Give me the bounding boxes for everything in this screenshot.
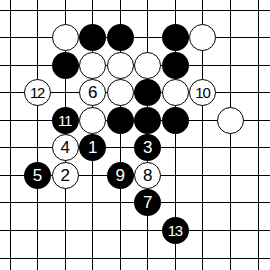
black-stone-move-11: 11 <box>52 107 79 134</box>
black-stone <box>162 107 189 134</box>
black-stone-move-7: 7 <box>134 189 161 216</box>
black-stone <box>107 107 134 134</box>
white-stone <box>107 79 134 106</box>
white-stone <box>162 79 189 106</box>
white-stone-move-6: 6 <box>79 79 106 106</box>
move-number-label: 3 <box>143 139 152 156</box>
grid-line-horizontal <box>0 37 270 38</box>
white-stone-move-4: 4 <box>52 134 79 161</box>
move-number-label: 8 <box>143 166 152 183</box>
move-number-label: 5 <box>33 166 42 183</box>
go-board: 12610114135298713 <box>0 0 270 270</box>
move-number-label: 1 <box>88 139 97 156</box>
black-stone <box>134 107 161 134</box>
black-stone <box>79 24 106 51</box>
black-stone <box>52 52 79 79</box>
white-stone-move-2: 2 <box>52 162 79 189</box>
move-number-label: 2 <box>60 166 69 183</box>
white-stone <box>52 24 79 51</box>
black-stone <box>134 79 161 106</box>
white-stone <box>217 107 244 134</box>
black-stone-move-9: 9 <box>107 162 134 189</box>
move-number-label: 6 <box>88 84 97 101</box>
black-stone-move-13: 13 <box>162 217 189 244</box>
move-number-label: 7 <box>143 194 152 211</box>
move-number-label: 9 <box>116 166 125 183</box>
grid-line-horizontal <box>0 10 270 11</box>
move-number-label: 13 <box>168 222 182 237</box>
black-stone-move-1: 1 <box>79 134 106 161</box>
white-stone <box>134 52 161 79</box>
black-stone <box>162 24 189 51</box>
move-number-label: 4 <box>60 139 69 156</box>
white-stone <box>79 52 106 79</box>
move-number-label: 12 <box>30 85 44 100</box>
move-number-label: 10 <box>195 85 209 100</box>
white-stone-move-10: 10 <box>189 79 216 106</box>
white-stone-move-12: 12 <box>24 79 51 106</box>
white-stone <box>107 52 134 79</box>
move-number-label: 11 <box>58 112 71 127</box>
white-stone <box>189 24 216 51</box>
grid-line-horizontal <box>0 230 270 231</box>
black-stone <box>107 24 134 51</box>
white-stone-move-8: 8 <box>134 162 161 189</box>
white-stone <box>79 107 106 134</box>
black-stone <box>162 52 189 79</box>
black-stone-move-3: 3 <box>134 134 161 161</box>
grid-line-horizontal <box>0 258 270 259</box>
black-stone-move-5: 5 <box>24 162 51 189</box>
